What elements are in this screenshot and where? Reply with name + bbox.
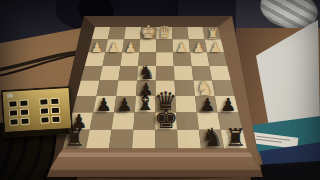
piece-white-queen: ♛ [157,24,172,41]
video-frame: ♚♛♜♞♟♟♟♟♟♟♚♛♝♞♞♜♜♟♟♟♟♟♟ [0,0,320,180]
piece-black-pawn: ♟ [96,96,112,114]
piece-white-pawn: ♟ [91,40,103,53]
piece-white-pawn: ♟ [108,40,120,53]
piece-black-rook: ♜ [225,126,247,150]
piece-white-pawn: ♟ [176,40,188,53]
piece-black-queen: ♛ [154,89,177,115]
piece-black-knight: ♞ [201,125,223,150]
piece-black-pawn: ♟ [199,96,215,114]
piece-white-pawn: ♟ [193,40,205,53]
piece-white-pawn: ♟ [125,40,137,53]
pieces-layer: ♚♛♜♞♟♟♟♟♟♟♚♛♝♞♞♜♜♟♟♟♟♟♟ [0,0,320,180]
piece-black-pawn: ♟ [70,112,87,131]
piece-white-pawn: ♟ [210,40,222,53]
piece-black-pawn: ♟ [138,81,153,98]
piece-black-pawn: ♟ [116,96,132,114]
piece-white-king: ♚ [140,23,156,41]
piece-black-pawn: ♟ [220,96,236,114]
